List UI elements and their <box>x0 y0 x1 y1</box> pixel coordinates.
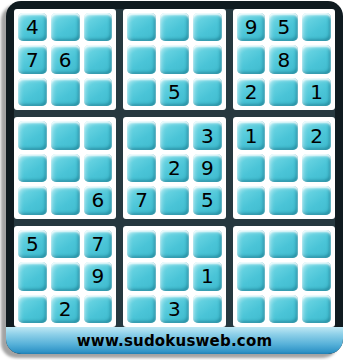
cell-r4c3[interactable] <box>84 121 113 149</box>
cell-r6c9[interactable] <box>302 186 331 214</box>
cell-r4c4[interactable] <box>127 121 156 149</box>
cell-r2c2[interactable]: 6 <box>51 45 80 73</box>
cell-r8c4[interactable] <box>127 262 156 290</box>
cell-r8c1[interactable] <box>18 262 47 290</box>
cell-r6c3[interactable]: 6 <box>84 186 113 214</box>
cell-r3c6[interactable] <box>193 78 222 106</box>
box-1: 476 <box>14 9 116 110</box>
cell-r3c9[interactable]: 1 <box>302 78 331 106</box>
cell-r9c2[interactable]: 2 <box>51 295 80 323</box>
cell-r9c3[interactable] <box>84 295 113 323</box>
cell-r5c6[interactable]: 9 <box>193 154 222 182</box>
cell-r6c1[interactable] <box>18 186 47 214</box>
cell-r4c6[interactable]: 3 <box>193 121 222 149</box>
cell-r1c3[interactable] <box>84 13 113 41</box>
cell-r8c6[interactable]: 1 <box>193 262 222 290</box>
cell-r6c4[interactable]: 7 <box>127 186 156 214</box>
cell-r8c8[interactable] <box>269 262 298 290</box>
cell-r2c7[interactable] <box>237 45 266 73</box>
box-2: 5 <box>123 9 225 110</box>
box-6: 12 <box>233 117 335 218</box>
cell-r5c9[interactable] <box>302 154 331 182</box>
cell-r9c4[interactable] <box>127 295 156 323</box>
box-7: 5792 <box>14 226 116 327</box>
cell-r7c5[interactable] <box>160 230 189 258</box>
cell-r5c7[interactable] <box>237 154 266 182</box>
cell-r6c8[interactable] <box>269 186 298 214</box>
cell-r4c9[interactable]: 2 <box>302 121 331 149</box>
cell-r2c9[interactable] <box>302 45 331 73</box>
cell-r9c8[interactable] <box>269 295 298 323</box>
cell-r7c1[interactable]: 5 <box>18 230 47 258</box>
cell-r3c8[interactable] <box>269 78 298 106</box>
cell-r2c1[interactable]: 7 <box>18 45 47 73</box>
cell-r5c2[interactable] <box>51 154 80 182</box>
cell-r8c3[interactable]: 9 <box>84 262 113 290</box>
cell-r1c4[interactable] <box>127 13 156 41</box>
cell-r7c2[interactable] <box>51 230 80 258</box>
cell-r2c5[interactable] <box>160 45 189 73</box>
cell-r7c3[interactable]: 7 <box>84 230 113 258</box>
cell-r3c1[interactable] <box>18 78 47 106</box>
cell-r3c5[interactable]: 5 <box>160 78 189 106</box>
cell-r4c5[interactable] <box>160 121 189 149</box>
cell-r5c1[interactable] <box>18 154 47 182</box>
cell-r4c2[interactable] <box>51 121 80 149</box>
cell-r8c2[interactable] <box>51 262 80 290</box>
box-9 <box>233 226 335 327</box>
box-8: 13 <box>123 226 225 327</box>
cell-r8c9[interactable] <box>302 262 331 290</box>
cell-r5c5[interactable]: 2 <box>160 154 189 182</box>
cell-r9c1[interactable] <box>18 295 47 323</box>
cell-r3c7[interactable]: 2 <box>237 78 266 106</box>
cell-r4c1[interactable] <box>18 121 47 149</box>
footer-bar: www.sudokusweb.com <box>6 327 343 354</box>
cell-r5c4[interactable] <box>127 154 156 182</box>
box-3: 95821 <box>233 9 335 110</box>
cell-r9c9[interactable] <box>302 295 331 323</box>
cell-r3c2[interactable] <box>51 78 80 106</box>
box-4: 6 <box>14 117 116 218</box>
cell-r8c5[interactable] <box>160 262 189 290</box>
cell-r6c7[interactable] <box>237 186 266 214</box>
cell-r1c5[interactable] <box>160 13 189 41</box>
cell-r2c3[interactable] <box>84 45 113 73</box>
cell-r2c6[interactable] <box>193 45 222 73</box>
cell-r6c2[interactable] <box>51 186 80 214</box>
site-url-text[interactable]: www.sudokusweb.com <box>77 332 272 350</box>
sudoku-grid: 47659582163297512579213 <box>14 9 335 327</box>
sudoku-board: 47659582163297512579213 www.sudokusweb.c… <box>6 1 343 354</box>
cell-r1c7[interactable]: 9 <box>237 13 266 41</box>
cell-r7c4[interactable] <box>127 230 156 258</box>
cell-r1c2[interactable] <box>51 13 80 41</box>
cell-r9c6[interactable] <box>193 295 222 323</box>
cell-r3c4[interactable] <box>127 78 156 106</box>
cell-r7c7[interactable] <box>237 230 266 258</box>
cell-r4c7[interactable]: 1 <box>237 121 266 149</box>
cell-r7c9[interactable] <box>302 230 331 258</box>
cell-r2c8[interactable]: 8 <box>269 45 298 73</box>
cell-r4c8[interactable] <box>269 121 298 149</box>
cell-r3c3[interactable] <box>84 78 113 106</box>
page: 47659582163297512579213 www.sudokusweb.c… <box>0 0 350 360</box>
cell-r8c7[interactable] <box>237 262 266 290</box>
box-5: 32975 <box>123 117 225 218</box>
cell-r1c6[interactable] <box>193 13 222 41</box>
cell-r9c5[interactable]: 3 <box>160 295 189 323</box>
cell-r2c4[interactable] <box>127 45 156 73</box>
cell-r1c8[interactable]: 5 <box>269 13 298 41</box>
cell-r6c6[interactable]: 5 <box>193 186 222 214</box>
cell-r6c5[interactable] <box>160 186 189 214</box>
cell-r1c9[interactable] <box>302 13 331 41</box>
cell-r5c8[interactable] <box>269 154 298 182</box>
cell-r7c6[interactable] <box>193 230 222 258</box>
cell-r1c1[interactable]: 4 <box>18 13 47 41</box>
cell-r5c3[interactable] <box>84 154 113 182</box>
cell-r7c8[interactable] <box>269 230 298 258</box>
cell-r9c7[interactable] <box>237 295 266 323</box>
